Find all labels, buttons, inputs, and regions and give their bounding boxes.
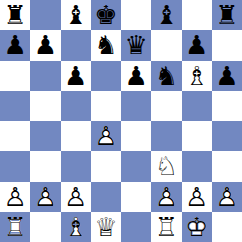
piece-black-pawn[interactable]: ♟	[212, 61, 242, 91]
piece-black-knight[interactable]: ♞	[151, 61, 181, 91]
square-e1[interactable]	[121, 212, 151, 242]
square-e5[interactable]	[121, 91, 151, 121]
piece-white-knight[interactable]: ♞♘	[151, 151, 181, 181]
square-g4[interactable]	[182, 121, 212, 151]
square-c1[interactable]: ♝♗	[61, 212, 91, 242]
square-f8[interactable]: ♝	[151, 0, 181, 30]
piece-outline-glyph: ♙	[155, 184, 178, 210]
square-g6[interactable]: ♝♗	[182, 61, 212, 91]
square-a4[interactable]	[0, 121, 30, 151]
piece-black-pawn[interactable]: ♟	[0, 30, 30, 60]
piece-outline-glyph: ♙	[34, 184, 57, 210]
piece-white-king[interactable]: ♚♔	[182, 212, 212, 242]
square-e8[interactable]	[121, 0, 151, 30]
piece-white-bishop[interactable]: ♝♗	[182, 61, 212, 91]
piece-outline-glyph: ♗	[64, 214, 87, 240]
piece-outline-glyph: ♗	[185, 63, 208, 89]
piece-white-pawn[interactable]: ♟♙	[182, 182, 212, 212]
piece-black-pawn[interactable]: ♟	[121, 61, 151, 91]
piece-outline-glyph: ♙	[3, 184, 26, 210]
square-e3[interactable]	[121, 151, 151, 181]
piece-outline-glyph: ♙	[215, 184, 238, 210]
square-b5[interactable]	[30, 91, 60, 121]
piece-black-pawn[interactable]: ♟	[182, 30, 212, 60]
square-a8[interactable]: ♜	[0, 0, 30, 30]
square-b6[interactable]	[30, 61, 60, 91]
square-d8[interactable]: ♚	[91, 0, 121, 30]
piece-black-pawn[interactable]: ♟	[30, 30, 60, 60]
square-d2[interactable]	[91, 182, 121, 212]
piece-white-queen[interactable]: ♛♕	[91, 212, 121, 242]
piece-white-pawn[interactable]: ♟♙	[151, 182, 181, 212]
square-a2[interactable]: ♟♙	[0, 182, 30, 212]
square-c8[interactable]: ♝	[61, 0, 91, 30]
square-a1[interactable]: ♜♖	[0, 212, 30, 242]
square-h6[interactable]: ♟	[212, 61, 242, 91]
square-e4[interactable]	[121, 121, 151, 151]
piece-outline-glyph: ♙	[185, 184, 208, 210]
piece-black-bishop[interactable]: ♝	[61, 0, 91, 30]
square-b7[interactable]: ♟	[30, 30, 60, 60]
piece-outline-glyph: ♔	[185, 214, 208, 240]
piece-black-pawn[interactable]: ♟	[61, 61, 91, 91]
square-h8[interactable]: ♜	[212, 0, 242, 30]
square-d7[interactable]: ♞	[91, 30, 121, 60]
square-f3[interactable]: ♞♘	[151, 151, 181, 181]
square-c4[interactable]	[61, 121, 91, 151]
piece-outline-glyph: ♖	[155, 214, 178, 240]
square-d3[interactable]	[91, 151, 121, 181]
square-f4[interactable]	[151, 121, 181, 151]
square-g5[interactable]	[182, 91, 212, 121]
square-b4[interactable]	[30, 121, 60, 151]
piece-outline-glyph: ♙	[94, 123, 117, 149]
square-h3[interactable]	[212, 151, 242, 181]
square-a7[interactable]: ♟	[0, 30, 30, 60]
square-h5[interactable]	[212, 91, 242, 121]
square-c6[interactable]: ♟	[61, 61, 91, 91]
piece-white-pawn[interactable]: ♟♙	[30, 182, 60, 212]
square-d5[interactable]	[91, 91, 121, 121]
square-c3[interactable]	[61, 151, 91, 181]
square-h7[interactable]	[212, 30, 242, 60]
piece-black-bishop[interactable]: ♝	[151, 0, 181, 30]
square-f7[interactable]	[151, 30, 181, 60]
square-h4[interactable]	[212, 121, 242, 151]
square-b1[interactable]	[30, 212, 60, 242]
square-g3[interactable]	[182, 151, 212, 181]
piece-white-pawn[interactable]: ♟♙	[0, 182, 30, 212]
square-c5[interactable]	[61, 91, 91, 121]
piece-black-king[interactable]: ♚	[91, 0, 121, 30]
piece-outline-glyph: ♘	[155, 153, 178, 179]
square-d6[interactable]	[91, 61, 121, 91]
square-g1[interactable]: ♚♔	[182, 212, 212, 242]
square-f5[interactable]	[151, 91, 181, 121]
square-a3[interactable]	[0, 151, 30, 181]
square-d1[interactable]: ♛♕	[91, 212, 121, 242]
square-c2[interactable]: ♟♙	[61, 182, 91, 212]
piece-outline-glyph: ♕	[94, 214, 117, 240]
piece-white-bishop[interactable]: ♝♗	[61, 212, 91, 242]
piece-black-rook[interactable]: ♜	[212, 0, 242, 30]
square-e2[interactable]	[121, 182, 151, 212]
piece-white-rook[interactable]: ♜♖	[0, 212, 30, 242]
piece-black-queen[interactable]: ♛	[121, 30, 151, 60]
square-h2[interactable]: ♟♙	[212, 182, 242, 212]
square-b2[interactable]: ♟♙	[30, 182, 60, 212]
square-g8[interactable]	[182, 0, 212, 30]
square-a5[interactable]	[0, 91, 30, 121]
square-h1[interactable]	[212, 212, 242, 242]
chess-board: ♜♝♚♝♜♟♟♞♛♟♟♟♞♝♗♟♟♙♞♘♟♙♟♙♟♙♟♙♟♙♟♙♜♖♝♗♛♕♜♖…	[0, 0, 242, 242]
piece-outline-glyph: ♖	[3, 214, 26, 240]
piece-white-pawn[interactable]: ♟♙	[61, 182, 91, 212]
square-f1[interactable]: ♜♖	[151, 212, 181, 242]
square-b3[interactable]	[30, 151, 60, 181]
piece-black-knight[interactable]: ♞	[91, 30, 121, 60]
square-e6[interactable]: ♟	[121, 61, 151, 91]
square-e7[interactable]: ♛	[121, 30, 151, 60]
piece-white-pawn[interactable]: ♟♙	[91, 121, 121, 151]
square-c7[interactable]	[61, 30, 91, 60]
square-g7[interactable]: ♟	[182, 30, 212, 60]
square-a6[interactable]	[0, 61, 30, 91]
square-f2[interactable]: ♟♙	[151, 182, 181, 212]
piece-black-rook[interactable]: ♜	[0, 0, 30, 30]
square-d4[interactable]: ♟♙	[91, 121, 121, 151]
square-f6[interactable]: ♞	[151, 61, 181, 91]
square-g2[interactable]: ♟♙	[182, 182, 212, 212]
piece-white-rook[interactable]: ♜♖	[151, 212, 181, 242]
piece-white-pawn[interactable]: ♟♙	[212, 182, 242, 212]
piece-outline-glyph: ♙	[64, 184, 87, 210]
square-b8[interactable]	[30, 0, 60, 30]
